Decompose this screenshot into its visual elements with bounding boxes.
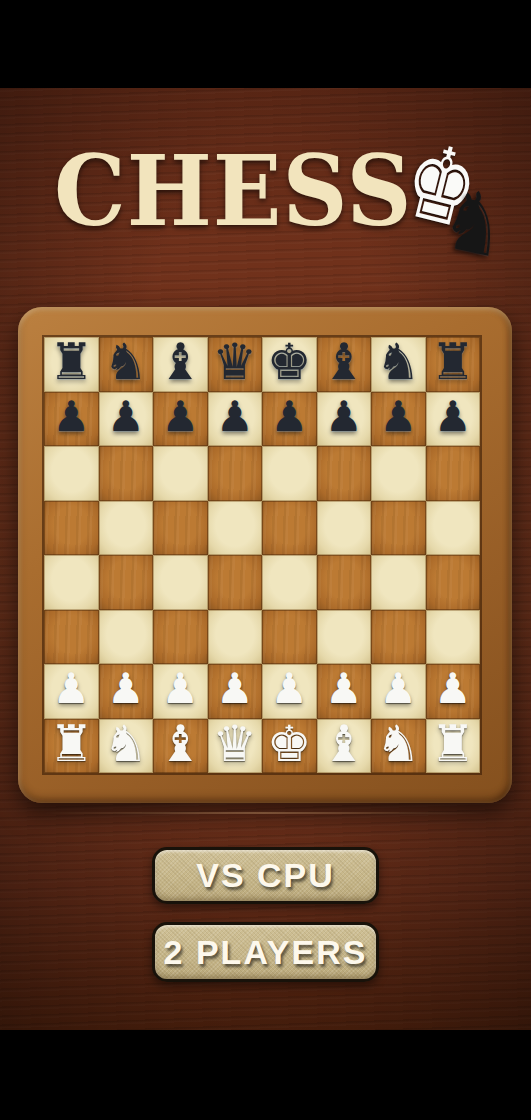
square-f4[interactable]: [317, 555, 372, 610]
square-e5[interactable]: [262, 501, 317, 556]
square-e8[interactable]: ♚: [262, 337, 317, 392]
square-a6[interactable]: [44, 446, 99, 501]
piece-white-pawn: ♟: [161, 668, 199, 710]
square-a7[interactable]: ♟: [44, 392, 99, 447]
piece-black-rook: ♜: [430, 337, 475, 387]
square-g3[interactable]: [371, 610, 426, 665]
piece-white-knight: ♞: [103, 719, 148, 769]
square-c3[interactable]: [153, 610, 208, 665]
two-players-button[interactable]: 2 PLAYERS: [152, 922, 379, 982]
piece-black-pawn: ♟: [216, 396, 254, 438]
piece-black-pawn: ♟: [52, 396, 90, 438]
square-b7[interactable]: ♟: [99, 392, 154, 447]
square-e4[interactable]: [262, 555, 317, 610]
square-g7[interactable]: ♟: [371, 392, 426, 447]
square-e6[interactable]: [262, 446, 317, 501]
square-c5[interactable]: [153, 501, 208, 556]
piece-white-pawn: ♟: [325, 668, 363, 710]
piece-white-pawn: ♟: [52, 668, 90, 710]
square-a8[interactable]: ♜: [44, 337, 99, 392]
square-h6[interactable]: [426, 446, 481, 501]
square-d7[interactable]: ♟: [208, 392, 263, 447]
piece-black-pawn: ♟: [325, 396, 363, 438]
square-c4[interactable]: [153, 555, 208, 610]
square-b3[interactable]: [99, 610, 154, 665]
piece-black-pawn: ♟: [379, 396, 417, 438]
square-c8[interactable]: ♝: [153, 337, 208, 392]
square-h4[interactable]: [426, 555, 481, 610]
square-e2[interactable]: ♟: [262, 664, 317, 719]
piece-white-pawn: ♟: [270, 668, 308, 710]
square-d3[interactable]: [208, 610, 263, 665]
piece-white-pawn: ♟: [107, 668, 145, 710]
piece-white-knight: ♞: [376, 719, 421, 769]
square-b1[interactable]: ♞: [99, 719, 154, 774]
board-edge-highlight: [44, 812, 484, 814]
square-f2[interactable]: ♟: [317, 664, 372, 719]
piece-white-pawn: ♟: [379, 668, 417, 710]
square-d4[interactable]: [208, 555, 263, 610]
square-b5[interactable]: [99, 501, 154, 556]
square-c1[interactable]: ♝: [153, 719, 208, 774]
square-d2[interactable]: ♟: [208, 664, 263, 719]
square-f3[interactable]: [317, 610, 372, 665]
square-b2[interactable]: ♟: [99, 664, 154, 719]
piece-white-pawn: ♟: [216, 668, 254, 710]
square-f7[interactable]: ♟: [317, 392, 372, 447]
chess-board[interactable]: ♜♞♝♛♚♝♞♜♟♟♟♟♟♟♟♟♟♟♟♟♟♟♟♟♜♞♝♛♚♝♞♜: [44, 337, 480, 773]
piece-white-king: ♚: [267, 719, 312, 769]
square-a1[interactable]: ♜: [44, 719, 99, 774]
piece-black-queen: ♛: [212, 337, 257, 387]
piece-black-king: ♚: [267, 337, 312, 387]
square-b6[interactable]: [99, 446, 154, 501]
piece-black-pawn: ♟: [107, 396, 145, 438]
square-h5[interactable]: [426, 501, 481, 556]
top-letterbox: [0, 0, 531, 88]
square-h1[interactable]: ♜: [426, 719, 481, 774]
square-e1[interactable]: ♚: [262, 719, 317, 774]
square-h3[interactable]: [426, 610, 481, 665]
piece-white-bishop: ♝: [321, 719, 366, 769]
piece-white-bishop: ♝: [158, 719, 203, 769]
app-title: CHESS: [54, 142, 413, 240]
square-e7[interactable]: ♟: [262, 392, 317, 447]
square-g8[interactable]: ♞: [371, 337, 426, 392]
square-c6[interactable]: [153, 446, 208, 501]
square-g4[interactable]: [371, 555, 426, 610]
piece-black-rook: ♜: [49, 337, 94, 387]
square-d1[interactable]: ♛: [208, 719, 263, 774]
square-g5[interactable]: [371, 501, 426, 556]
square-d5[interactable]: [208, 501, 263, 556]
square-a3[interactable]: [44, 610, 99, 665]
square-b8[interactable]: ♞: [99, 337, 154, 392]
square-g2[interactable]: ♟: [371, 664, 426, 719]
square-d8[interactable]: ♛: [208, 337, 263, 392]
bottom-letterbox: [0, 1030, 531, 1120]
square-c7[interactable]: ♟: [153, 392, 208, 447]
square-g6[interactable]: [371, 446, 426, 501]
square-h8[interactable]: ♜: [426, 337, 481, 392]
square-b4[interactable]: [99, 555, 154, 610]
square-h7[interactable]: ♟: [426, 392, 481, 447]
square-f1[interactable]: ♝: [317, 719, 372, 774]
piece-black-pawn: ♟: [434, 396, 472, 438]
piece-white-queen: ♛: [212, 719, 257, 769]
piece-black-pawn: ♟: [161, 396, 199, 438]
vs-cpu-button[interactable]: VS CPU: [152, 847, 379, 904]
piece-white-pawn: ♟: [434, 668, 472, 710]
piece-black-bishop: ♝: [321, 337, 366, 387]
chess-board-frame: ♜♞♝♛♚♝♞♜♟♟♟♟♟♟♟♟♟♟♟♟♟♟♟♟♜♞♝♛♚♝♞♜: [18, 307, 512, 803]
piece-black-knight: ♞: [103, 337, 148, 387]
square-f8[interactable]: ♝: [317, 337, 372, 392]
square-d6[interactable]: [208, 446, 263, 501]
piece-white-rook: ♜: [49, 719, 94, 769]
piece-black-pawn: ♟: [270, 396, 308, 438]
app-screen: CHESS ♚ ♞ ♜♞♝♛♚♝♞♜♟♟♟♟♟♟♟♟♟♟♟♟♟♟♟♟♜♞♝♛♚♝…: [0, 0, 531, 1120]
piece-black-bishop: ♝: [158, 337, 203, 387]
square-a2[interactable]: ♟: [44, 664, 99, 719]
square-f5[interactable]: [317, 501, 372, 556]
square-c2[interactable]: ♟: [153, 664, 208, 719]
square-h2[interactable]: ♟: [426, 664, 481, 719]
piece-white-rook: ♜: [430, 719, 475, 769]
square-a5[interactable]: [44, 501, 99, 556]
square-f6[interactable]: [317, 446, 372, 501]
square-g1[interactable]: ♞: [371, 719, 426, 774]
square-e3[interactable]: [262, 610, 317, 665]
piece-black-knight: ♞: [376, 337, 421, 387]
square-a4[interactable]: [44, 555, 99, 610]
